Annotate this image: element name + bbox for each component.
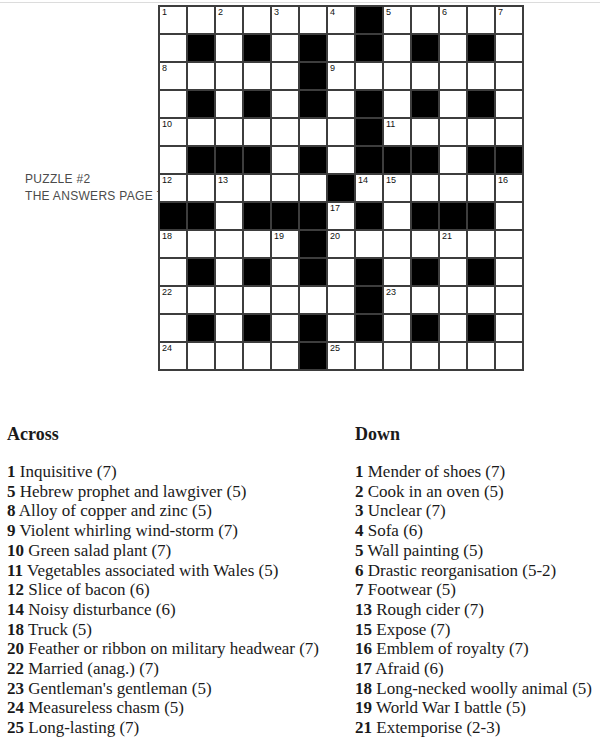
white-cell[interactable]: 9 bbox=[328, 63, 354, 89]
black-cell bbox=[188, 147, 214, 173]
black-cell bbox=[188, 315, 214, 341]
white-cell[interactable] bbox=[384, 203, 410, 229]
white-cell[interactable] bbox=[468, 7, 494, 33]
white-cell[interactable] bbox=[384, 91, 410, 117]
white-cell[interactable] bbox=[496, 119, 522, 145]
white-cell[interactable]: 13 bbox=[216, 175, 242, 201]
white-cell[interactable]: 4 bbox=[328, 7, 354, 33]
clue-item: 22 Married (anag.) (7) bbox=[7, 659, 352, 679]
clue-number: 8 bbox=[162, 63, 167, 73]
white-cell[interactable] bbox=[188, 175, 214, 201]
black-cell bbox=[412, 35, 438, 61]
black-cell bbox=[300, 203, 326, 229]
white-cell[interactable] bbox=[412, 63, 438, 89]
white-cell[interactable] bbox=[356, 343, 382, 369]
white-cell[interactable] bbox=[440, 287, 466, 313]
black-cell bbox=[216, 147, 242, 173]
white-cell[interactable] bbox=[384, 259, 410, 285]
white-cell[interactable] bbox=[216, 343, 242, 369]
black-cell bbox=[244, 315, 270, 341]
clue-number: 21 bbox=[442, 231, 452, 241]
white-cell[interactable] bbox=[328, 147, 354, 173]
top-divider bbox=[0, 2, 600, 3]
white-cell[interactable] bbox=[468, 175, 494, 201]
white-cell[interactable] bbox=[412, 119, 438, 145]
white-cell[interactable]: 22 bbox=[160, 287, 186, 313]
clue-number: 19 bbox=[274, 231, 284, 241]
black-cell bbox=[300, 259, 326, 285]
white-cell[interactable]: 20 bbox=[328, 231, 354, 257]
black-cell bbox=[468, 35, 494, 61]
white-cell[interactable]: 1 bbox=[160, 7, 186, 33]
clue-item: 17 Afraid (6) bbox=[355, 659, 600, 679]
clue-item: 11 Vegetables associated with Wales (5) bbox=[7, 561, 352, 581]
clue-number: 3 bbox=[274, 7, 279, 17]
black-cell bbox=[300, 35, 326, 61]
black-cell bbox=[356, 147, 382, 173]
black-cell bbox=[300, 91, 326, 117]
black-cell bbox=[188, 91, 214, 117]
white-cell[interactable] bbox=[496, 35, 522, 61]
clue-number: 2 bbox=[218, 7, 223, 17]
white-cell[interactable] bbox=[216, 231, 242, 257]
white-cell[interactable] bbox=[468, 119, 494, 145]
white-cell[interactable] bbox=[384, 63, 410, 89]
black-cell bbox=[468, 91, 494, 117]
black-cell bbox=[356, 91, 382, 117]
black-cell bbox=[300, 147, 326, 173]
black-cell bbox=[300, 315, 326, 341]
clue-item: 7 Footwear (5) bbox=[355, 580, 600, 600]
crossword-grid: 1234567891011121314151617181920212223242… bbox=[158, 5, 524, 371]
white-cell[interactable]: 21 bbox=[440, 231, 466, 257]
white-cell[interactable]: 7 bbox=[496, 7, 522, 33]
clue-item: 5 Wall painting (5) bbox=[355, 541, 600, 561]
clue-item: 23 Gentleman's gentleman (5) bbox=[7, 679, 352, 699]
white-cell[interactable] bbox=[272, 91, 298, 117]
clue-item: 19 World War I battle (5) bbox=[355, 698, 600, 718]
clue-number: 18 bbox=[162, 231, 172, 241]
clue-item: 8 Alloy of copper and zinc (5) bbox=[7, 501, 352, 521]
black-cell bbox=[356, 287, 382, 313]
clue-number: 7 bbox=[498, 7, 503, 17]
black-cell bbox=[412, 147, 438, 173]
clue-item: 24 Measureless chasm (5) bbox=[7, 698, 352, 718]
white-cell[interactable] bbox=[328, 315, 354, 341]
white-cell[interactable]: 14 bbox=[356, 175, 382, 201]
clue-item: 21 Extemporise (2-3) bbox=[355, 718, 600, 738]
clue-item: 13 Rough cider (7) bbox=[355, 600, 600, 620]
black-cell bbox=[356, 203, 382, 229]
white-cell[interactable] bbox=[412, 287, 438, 313]
clue-number: 22 bbox=[162, 287, 172, 297]
black-cell bbox=[356, 315, 382, 341]
white-cell[interactable] bbox=[496, 259, 522, 285]
white-cell[interactable] bbox=[412, 231, 438, 257]
white-cell[interactable] bbox=[272, 147, 298, 173]
clue-item: 2 Cook in an oven (5) bbox=[355, 482, 600, 502]
white-cell[interactable] bbox=[440, 63, 466, 89]
white-cell[interactable] bbox=[216, 63, 242, 89]
white-cell[interactable] bbox=[160, 315, 186, 341]
clue-item: 25 Long-lasting (7) bbox=[7, 718, 352, 738]
white-cell[interactable] bbox=[356, 231, 382, 257]
white-cell[interactable] bbox=[440, 259, 466, 285]
white-cell[interactable] bbox=[216, 35, 242, 61]
black-cell bbox=[356, 119, 382, 145]
black-cell bbox=[244, 259, 270, 285]
white-cell[interactable] bbox=[244, 119, 270, 145]
white-cell[interactable] bbox=[496, 287, 522, 313]
white-cell[interactable] bbox=[272, 343, 298, 369]
white-cell[interactable] bbox=[188, 343, 214, 369]
black-cell bbox=[468, 315, 494, 341]
across-heading: Across bbox=[7, 424, 352, 444]
down-clues-section: Down 1 Mender of shoes (7)2 Cook in an o… bbox=[355, 424, 600, 738]
white-cell[interactable]: 10 bbox=[160, 119, 186, 145]
white-cell[interactable]: 3 bbox=[272, 7, 298, 33]
black-cell bbox=[356, 7, 382, 33]
across-clue-list: 1 Inquisitive (7)5 Hebrew prophet and la… bbox=[7, 462, 352, 738]
white-cell[interactable] bbox=[496, 91, 522, 117]
white-cell[interactable] bbox=[328, 259, 354, 285]
white-cell[interactable] bbox=[468, 287, 494, 313]
white-cell[interactable] bbox=[244, 7, 270, 33]
white-cell[interactable] bbox=[244, 231, 270, 257]
white-cell[interactable] bbox=[328, 35, 354, 61]
white-cell[interactable] bbox=[412, 7, 438, 33]
clue-number: 10 bbox=[162, 119, 172, 129]
clue-item: 1 Inquisitive (7) bbox=[7, 462, 352, 482]
clue-item: 9 Violent whirling wind-storm (7) bbox=[7, 521, 352, 541]
white-cell[interactable] bbox=[272, 63, 298, 89]
white-cell[interactable] bbox=[300, 175, 326, 201]
clue-item: 1 Mender of shoes (7) bbox=[355, 462, 600, 482]
clue-number: 25 bbox=[330, 343, 340, 353]
white-cell[interactable] bbox=[160, 35, 186, 61]
down-heading: Down bbox=[355, 424, 600, 444]
black-cell bbox=[244, 35, 270, 61]
white-cell[interactable]: 19 bbox=[272, 231, 298, 257]
black-cell bbox=[468, 147, 494, 173]
clue-number: 23 bbox=[386, 287, 396, 297]
white-cell[interactable]: 16 bbox=[496, 175, 522, 201]
white-cell[interactable] bbox=[244, 63, 270, 89]
black-cell bbox=[244, 147, 270, 173]
white-cell[interactable] bbox=[272, 259, 298, 285]
white-cell[interactable] bbox=[440, 35, 466, 61]
clue-item: 3 Unclear (7) bbox=[355, 501, 600, 521]
white-cell[interactable] bbox=[384, 315, 410, 341]
white-cell[interactable] bbox=[216, 119, 242, 145]
black-cell bbox=[468, 259, 494, 285]
clue-item: 20 Feather or ribbon on military headwea… bbox=[7, 639, 352, 659]
white-cell[interactable] bbox=[188, 287, 214, 313]
white-cell[interactable] bbox=[468, 231, 494, 257]
clue-item: 14 Noisy disturbance (6) bbox=[7, 600, 352, 620]
white-cell[interactable] bbox=[468, 343, 494, 369]
white-cell[interactable] bbox=[188, 7, 214, 33]
white-cell[interactable]: 15 bbox=[384, 175, 410, 201]
clue-item: 12 Slice of bacon (6) bbox=[7, 580, 352, 600]
white-cell[interactable] bbox=[216, 287, 242, 313]
white-cell[interactable] bbox=[496, 63, 522, 89]
clue-number: 11 bbox=[386, 119, 395, 129]
white-cell[interactable] bbox=[328, 287, 354, 313]
puzzle-label: PUZZLE #2 THE ANSWERS PAGE 7 bbox=[25, 171, 164, 205]
white-cell[interactable] bbox=[300, 287, 326, 313]
clue-item: 18 Long-necked woolly animal (5) bbox=[355, 679, 600, 699]
black-cell bbox=[356, 259, 382, 285]
clue-number: 15 bbox=[386, 175, 396, 185]
white-cell[interactable] bbox=[496, 203, 522, 229]
white-cell[interactable] bbox=[216, 91, 242, 117]
clue-number: 13 bbox=[218, 175, 228, 185]
clue-number: 16 bbox=[498, 175, 508, 185]
black-cell bbox=[328, 175, 354, 201]
white-cell[interactable]: 25 bbox=[328, 343, 354, 369]
white-cell[interactable] bbox=[244, 287, 270, 313]
white-cell[interactable]: 23 bbox=[384, 287, 410, 313]
white-cell[interactable]: 24 bbox=[160, 343, 186, 369]
clue-number: 1 bbox=[162, 7, 167, 17]
white-cell[interactable] bbox=[272, 119, 298, 145]
black-cell bbox=[356, 35, 382, 61]
clue-number: 17 bbox=[330, 203, 340, 213]
clue-item: 6 Drastic reorganisation (5-2) bbox=[355, 561, 600, 581]
clue-item: 16 Emblem of royalty (7) bbox=[355, 639, 600, 659]
white-cell[interactable] bbox=[216, 315, 242, 341]
white-cell[interactable] bbox=[328, 119, 354, 145]
white-cell[interactable]: 8 bbox=[160, 63, 186, 89]
white-cell[interactable] bbox=[188, 119, 214, 145]
black-cell bbox=[188, 35, 214, 61]
clue-number: 4 bbox=[330, 7, 335, 17]
white-cell[interactable] bbox=[160, 91, 186, 117]
clue-item: 5 Hebrew prophet and lawgiver (5) bbox=[7, 482, 352, 502]
white-cell[interactable] bbox=[384, 231, 410, 257]
black-cell bbox=[188, 203, 214, 229]
white-cell[interactable] bbox=[356, 63, 382, 89]
white-cell[interactable] bbox=[496, 315, 522, 341]
black-cell bbox=[160, 203, 186, 229]
white-cell[interactable] bbox=[440, 175, 466, 201]
black-cell bbox=[272, 203, 298, 229]
white-cell[interactable] bbox=[216, 259, 242, 285]
black-cell bbox=[412, 259, 438, 285]
black-cell bbox=[244, 203, 270, 229]
black-cell bbox=[468, 203, 494, 229]
black-cell bbox=[244, 91, 270, 117]
white-cell[interactable] bbox=[328, 91, 354, 117]
white-cell[interactable] bbox=[440, 147, 466, 173]
clue-number: 20 bbox=[330, 231, 340, 241]
white-cell[interactable]: 12 bbox=[160, 175, 186, 201]
black-cell bbox=[496, 147, 522, 173]
black-cell bbox=[384, 147, 410, 173]
black-cell bbox=[440, 203, 466, 229]
white-cell[interactable] bbox=[440, 343, 466, 369]
clue-number: 14 bbox=[358, 175, 368, 185]
puzzle-subtitle: THE ANSWERS PAGE 7 bbox=[25, 188, 164, 205]
white-cell[interactable] bbox=[244, 343, 270, 369]
white-cell[interactable] bbox=[272, 175, 298, 201]
white-cell[interactable] bbox=[440, 315, 466, 341]
white-cell[interactable] bbox=[216, 203, 242, 229]
white-cell[interactable] bbox=[244, 175, 270, 201]
clue-number: 5 bbox=[386, 7, 391, 17]
white-cell[interactable]: 5 bbox=[384, 7, 410, 33]
black-cell bbox=[412, 203, 438, 229]
white-cell[interactable]: 2 bbox=[216, 7, 242, 33]
white-cell[interactable] bbox=[300, 7, 326, 33]
clue-item: 4 Sofa (6) bbox=[355, 521, 600, 541]
black-cell bbox=[300, 343, 326, 369]
clue-number: 24 bbox=[162, 343, 172, 353]
puzzle-title: PUZZLE #2 bbox=[25, 171, 164, 188]
white-cell[interactable] bbox=[272, 35, 298, 61]
white-cell[interactable]: 6 bbox=[440, 7, 466, 33]
white-cell[interactable]: 11 bbox=[384, 119, 410, 145]
clue-number: 12 bbox=[162, 175, 172, 185]
down-clue-list: 1 Mender of shoes (7)2 Cook in an oven (… bbox=[355, 462, 600, 738]
clue-item: 15 Expose (7) bbox=[355, 620, 600, 640]
clue-number: 9 bbox=[330, 63, 335, 73]
clue-item: 10 Green salad plant (7) bbox=[7, 541, 352, 561]
black-cell bbox=[300, 63, 326, 89]
clue-number: 6 bbox=[442, 7, 447, 17]
white-cell[interactable] bbox=[384, 343, 410, 369]
black-cell bbox=[188, 259, 214, 285]
white-cell[interactable] bbox=[468, 63, 494, 89]
black-cell bbox=[412, 315, 438, 341]
white-cell[interactable] bbox=[440, 119, 466, 145]
white-cell[interactable]: 17 bbox=[328, 203, 354, 229]
white-cell[interactable] bbox=[384, 35, 410, 61]
white-cell[interactable] bbox=[188, 63, 214, 89]
across-clues-section: Across 1 Inquisitive (7)5 Hebrew prophet… bbox=[7, 424, 352, 738]
white-cell[interactable] bbox=[412, 343, 438, 369]
white-cell[interactable] bbox=[272, 315, 298, 341]
white-cell[interactable]: 18 bbox=[160, 231, 186, 257]
white-cell[interactable] bbox=[496, 231, 522, 257]
white-cell[interactable] bbox=[412, 175, 438, 201]
white-cell[interactable] bbox=[300, 119, 326, 145]
white-cell[interactable] bbox=[160, 147, 186, 173]
white-cell[interactable] bbox=[440, 91, 466, 117]
black-cell bbox=[300, 231, 326, 257]
white-cell[interactable] bbox=[272, 287, 298, 313]
white-cell[interactable] bbox=[160, 259, 186, 285]
clue-item: 18 Truck (5) bbox=[7, 620, 352, 640]
white-cell[interactable] bbox=[188, 231, 214, 257]
black-cell bbox=[412, 91, 438, 117]
white-cell[interactable] bbox=[496, 343, 522, 369]
